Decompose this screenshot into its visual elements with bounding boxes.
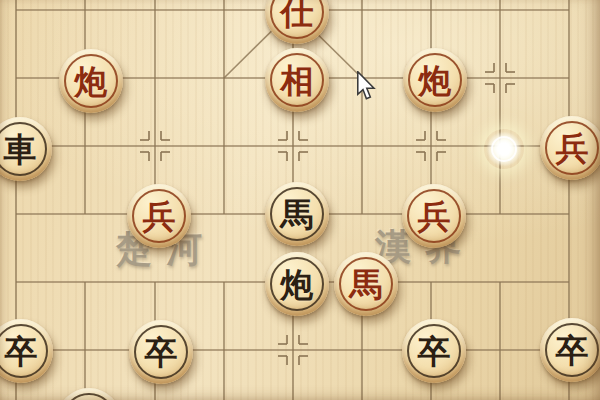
piece-character: 卒 (418, 335, 451, 368)
piece-black-cannon-e5[interactable]: 炮 (265, 252, 329, 316)
piece-character: 相 (281, 64, 314, 97)
xiangqi-board[interactable]: 楚河 漢界 仕相炮炮車兵兵馬兵炮馬卒卒卒卒 (0, 0, 600, 400)
piece-character: 馬 (350, 268, 383, 301)
piece-character: 兵 (418, 200, 451, 233)
piece-character: 炮 (419, 64, 452, 97)
piece-character: 仕 (281, 0, 314, 29)
piece-character: 炮 (281, 268, 314, 301)
piece-red-cannon-b2[interactable]: 炮 (59, 49, 123, 113)
piece-red-horse-f5[interactable]: 馬 (334, 252, 398, 316)
piece-black-soldier-i6[interactable]: 卒 (540, 318, 600, 382)
piece-character: 卒 (556, 334, 589, 367)
piece-character: 卒 (5, 335, 38, 368)
piece-character: 馬 (281, 198, 314, 231)
piece-black-horse-e4[interactable]: 馬 (265, 182, 329, 246)
piece-character: 卒 (145, 336, 178, 369)
piece-character: 兵 (556, 132, 589, 165)
piece-red-cannon-g2[interactable]: 炮 (403, 48, 467, 112)
game-screen: 楚河 漢界 仕相炮炮車兵兵馬兵炮馬卒卒卒卒 (0, 0, 600, 400)
piece-red-soldier-g4[interactable]: 兵 (402, 184, 466, 248)
piece-black-soldier-g6[interactable]: 卒 (402, 319, 466, 383)
piece-red-soldier-i3[interactable]: 兵 (540, 116, 600, 180)
piece-black-soldier-c6[interactable]: 卒 (129, 320, 193, 384)
piece-red-soldier-c4[interactable]: 兵 (127, 184, 191, 248)
piece-character: 車 (4, 133, 37, 166)
piece-red-elephant-e2[interactable]: 相 (265, 48, 329, 112)
piece-character: 炮 (75, 65, 108, 98)
piece-character: 兵 (143, 200, 176, 233)
